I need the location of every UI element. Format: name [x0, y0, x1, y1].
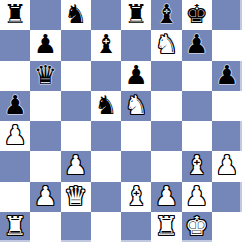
square-c3[interactable]: ♟ — [61, 151, 91, 181]
square-a8[interactable]: ♜ — [0, 0, 30, 30]
square-a2[interactable] — [0, 182, 30, 212]
square-d7[interactable]: ♝ — [91, 30, 121, 60]
piece-black-pawn[interactable]: ♟ — [34, 31, 57, 57]
square-c8[interactable]: ♞ — [61, 0, 91, 30]
square-a7[interactable] — [0, 30, 30, 60]
piece-black-bishop[interactable]: ♝ — [94, 31, 117, 57]
square-h3[interactable]: ♟ — [212, 151, 242, 181]
square-e1[interactable] — [121, 212, 151, 242]
piece-white-pawn[interactable]: ♟ — [34, 183, 57, 209]
piece-black-pawn[interactable]: ♟ — [215, 62, 238, 88]
square-e4[interactable] — [121, 121, 151, 151]
square-e2[interactable]: ♝ — [121, 182, 151, 212]
piece-black-bishop[interactable]: ♝ — [155, 1, 178, 27]
square-d2[interactable] — [91, 182, 121, 212]
square-f2[interactable]: ♟ — [151, 182, 181, 212]
square-e7[interactable] — [121, 30, 151, 60]
square-d8[interactable] — [91, 0, 121, 30]
square-a3[interactable] — [0, 151, 30, 181]
square-a6[interactable] — [0, 61, 30, 91]
piece-black-pawn[interactable]: ♟ — [3, 92, 26, 118]
square-f3[interactable] — [151, 151, 181, 181]
piece-white-bishop[interactable]: ♝ — [185, 152, 208, 178]
square-g3[interactable]: ♝ — [182, 151, 212, 181]
piece-black-pawn[interactable]: ♟ — [124, 62, 147, 88]
square-c7[interactable] — [61, 30, 91, 60]
square-g4[interactable] — [182, 121, 212, 151]
square-g5[interactable] — [182, 91, 212, 121]
square-b5[interactable] — [30, 91, 60, 121]
square-c1[interactable] — [61, 212, 91, 242]
piece-white-knight[interactable]: ♞ — [155, 31, 178, 57]
piece-black-rook[interactable]: ♜ — [124, 1, 147, 27]
square-c5[interactable] — [61, 91, 91, 121]
piece-white-rook[interactable]: ♜ — [3, 213, 26, 239]
square-h7[interactable] — [212, 30, 242, 60]
square-f4[interactable] — [151, 121, 181, 151]
square-g1[interactable]: ♚ — [182, 212, 212, 242]
square-c4[interactable] — [61, 121, 91, 151]
square-d5[interactable]: ♞ — [91, 91, 121, 121]
square-b8[interactable] — [30, 0, 60, 30]
square-f8[interactable]: ♝ — [151, 0, 181, 30]
square-g2[interactable]: ♟ — [182, 182, 212, 212]
piece-black-king[interactable]: ♚ — [185, 1, 208, 27]
chess-board-container: ♜♞♜♝♚♟♝♞♟♛♟♟♟♞♞♟♟♝♟♟♛♝♟♟♜♜♚ — [0, 0, 242, 242]
square-e6[interactable]: ♟ — [121, 61, 151, 91]
piece-white-pawn[interactable]: ♟ — [215, 152, 238, 178]
square-b1[interactable] — [30, 212, 60, 242]
square-b4[interactable] — [30, 121, 60, 151]
piece-black-pawn[interactable]: ♟ — [185, 31, 208, 57]
square-c2[interactable]: ♛ — [61, 182, 91, 212]
square-g8[interactable]: ♚ — [182, 0, 212, 30]
square-f6[interactable] — [151, 61, 181, 91]
square-g7[interactable]: ♟ — [182, 30, 212, 60]
square-a5[interactable]: ♟ — [0, 91, 30, 121]
square-d3[interactable] — [91, 151, 121, 181]
square-d4[interactable] — [91, 121, 121, 151]
piece-white-pawn[interactable]: ♟ — [185, 183, 208, 209]
piece-white-queen[interactable]: ♛ — [64, 183, 87, 209]
square-e5[interactable]: ♞ — [121, 91, 151, 121]
square-d1[interactable] — [91, 212, 121, 242]
square-e8[interactable]: ♜ — [121, 0, 151, 30]
square-f1[interactable]: ♜ — [151, 212, 181, 242]
piece-white-pawn[interactable]: ♟ — [3, 122, 26, 148]
piece-white-pawn[interactable]: ♟ — [155, 183, 178, 209]
piece-black-knight[interactable]: ♞ — [64, 1, 87, 27]
square-f5[interactable] — [151, 91, 181, 121]
piece-white-pawn[interactable]: ♟ — [64, 152, 87, 178]
square-h8[interactable] — [212, 0, 242, 30]
square-a4[interactable]: ♟ — [0, 121, 30, 151]
square-g6[interactable] — [182, 61, 212, 91]
square-e3[interactable] — [121, 151, 151, 181]
square-d6[interactable] — [91, 61, 121, 91]
piece-black-queen[interactable]: ♛ — [34, 62, 57, 88]
square-a1[interactable]: ♜ — [0, 212, 30, 242]
square-b3[interactable] — [30, 151, 60, 181]
chess-board: ♜♞♜♝♚♟♝♞♟♛♟♟♟♞♞♟♟♝♟♟♛♝♟♟♜♜♚ — [0, 0, 242, 242]
piece-white-rook[interactable]: ♜ — [155, 213, 178, 239]
square-h5[interactable] — [212, 91, 242, 121]
square-b7[interactable]: ♟ — [30, 30, 60, 60]
piece-white-bishop[interactable]: ♝ — [124, 183, 147, 209]
square-h6[interactable]: ♟ — [212, 61, 242, 91]
square-f7[interactable]: ♞ — [151, 30, 181, 60]
piece-white-knight[interactable]: ♞ — [124, 92, 147, 118]
square-b2[interactable]: ♟ — [30, 182, 60, 212]
square-c6[interactable] — [61, 61, 91, 91]
square-h2[interactable] — [212, 182, 242, 212]
square-b6[interactable]: ♛ — [30, 61, 60, 91]
piece-black-rook[interactable]: ♜ — [3, 1, 26, 27]
square-h1[interactable] — [212, 212, 242, 242]
piece-white-king[interactable]: ♚ — [185, 213, 208, 239]
square-h4[interactable] — [212, 121, 242, 151]
piece-black-knight[interactable]: ♞ — [94, 92, 117, 118]
